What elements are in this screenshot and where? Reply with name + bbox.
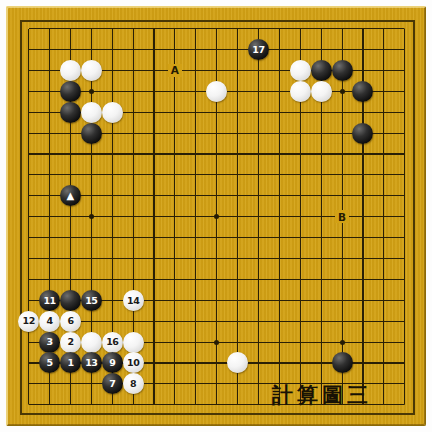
board-intersection[interactable]: [311, 144, 332, 165]
board-intersection[interactable]: [248, 60, 269, 81]
black-stone[interactable]: [332, 60, 353, 81]
board-intersection[interactable]: [60, 60, 81, 81]
board-intersection[interactable]: [227, 123, 248, 144]
board-intersection[interactable]: [123, 185, 144, 206]
black-stone[interactable]: [311, 60, 332, 81]
board-intersection[interactable]: [332, 39, 353, 60]
board-intersection[interactable]: [394, 123, 415, 144]
board-intersection[interactable]: [144, 18, 165, 39]
board-intersection[interactable]: [353, 353, 374, 374]
board-intersection[interactable]: [353, 332, 374, 353]
board-intersection[interactable]: [102, 39, 123, 60]
black-stone[interactable]: [332, 352, 353, 373]
board-intersection[interactable]: [311, 248, 332, 269]
board-intersection[interactable]: [227, 394, 248, 415]
board-intersection[interactable]: [164, 373, 185, 394]
board-intersection[interactable]: [144, 144, 165, 165]
board-intersection[interactable]: [185, 164, 206, 185]
white-stone[interactable]: [227, 352, 248, 373]
board-intersection[interactable]: [144, 60, 165, 81]
board-intersection[interactable]: [353, 60, 374, 81]
board-intersection[interactable]: [394, 164, 415, 185]
board-intersection[interactable]: [290, 164, 311, 185]
board-intersection[interactable]: [144, 39, 165, 60]
board-intersection[interactable]: [185, 332, 206, 353]
board-intersection[interactable]: [269, 18, 290, 39]
board-intersection[interactable]: 1: [60, 353, 81, 374]
board-intersection[interactable]: [60, 102, 81, 123]
board-intersection[interactable]: [290, 18, 311, 39]
board-intersection[interactable]: [206, 144, 227, 165]
board-intersection[interactable]: [39, 144, 60, 165]
board-intersection[interactable]: [332, 144, 353, 165]
board-intersection[interactable]: [123, 81, 144, 102]
board-intersection[interactable]: [353, 18, 374, 39]
board-intersection[interactable]: [18, 353, 39, 374]
board-intersection[interactable]: [81, 18, 102, 39]
board-intersection[interactable]: [227, 18, 248, 39]
white-stone[interactable]: [290, 60, 311, 81]
board-intersection[interactable]: [373, 39, 394, 60]
board-intersection[interactable]: [81, 332, 102, 353]
board-intersection[interactable]: [123, 269, 144, 290]
board-intersection[interactable]: [60, 144, 81, 165]
board-intersection[interactable]: [394, 227, 415, 248]
board-intersection[interactable]: [123, 18, 144, 39]
board-intersection[interactable]: [60, 394, 81, 415]
board-intersection[interactable]: [311, 227, 332, 248]
board-intersection[interactable]: [81, 164, 102, 185]
board-intersection[interactable]: [123, 311, 144, 332]
black-stone[interactable]: [352, 123, 373, 144]
board-intersection[interactable]: [39, 373, 60, 394]
white-stone[interactable]: [123, 332, 144, 353]
board-intersection[interactable]: [60, 373, 81, 394]
white-stone[interactable]: [81, 332, 102, 353]
board-intersection[interactable]: [185, 81, 206, 102]
board-intersection[interactable]: [39, 227, 60, 248]
white-stone[interactable]: [206, 81, 227, 102]
board-intersection[interactable]: [290, 227, 311, 248]
board-intersection[interactable]: [332, 123, 353, 144]
board-intersection[interactable]: [332, 60, 353, 81]
board-intersection[interactable]: [353, 227, 374, 248]
board-intersection[interactable]: [227, 185, 248, 206]
board-intersection[interactable]: [332, 290, 353, 311]
white-stone-move-8[interactable]: 8: [123, 373, 144, 394]
board-intersection[interactable]: [185, 248, 206, 269]
board-intersection[interactable]: [248, 290, 269, 311]
board-intersection[interactable]: 14: [123, 290, 144, 311]
board-intersection[interactable]: [102, 311, 123, 332]
board-intersection[interactable]: [185, 269, 206, 290]
board-intersection[interactable]: [102, 227, 123, 248]
black-stone[interactable]: [60, 102, 81, 123]
board-intersection[interactable]: [206, 206, 227, 227]
board-intersection[interactable]: [144, 102, 165, 123]
board-intersection[interactable]: [144, 394, 165, 415]
white-stone[interactable]: [290, 81, 311, 102]
board-intersection[interactable]: [373, 60, 394, 81]
board-intersection[interactable]: 8: [123, 373, 144, 394]
board-intersection[interactable]: [81, 144, 102, 165]
board-intersection[interactable]: 17: [248, 39, 269, 60]
board-intersection[interactable]: [269, 164, 290, 185]
board-intersection[interactable]: [227, 311, 248, 332]
board-intersection[interactable]: 10: [123, 353, 144, 374]
black-stone[interactable]: [60, 290, 81, 311]
board-intersection[interactable]: [39, 102, 60, 123]
board-intersection[interactable]: [248, 248, 269, 269]
board-intersection[interactable]: [144, 332, 165, 353]
board-intersection[interactable]: [206, 39, 227, 60]
board-intersection[interactable]: [394, 290, 415, 311]
black-stone-move-13[interactable]: 13: [81, 352, 102, 373]
board-intersection[interactable]: [332, 185, 353, 206]
board-intersection[interactable]: [123, 394, 144, 415]
board-intersection[interactable]: [311, 39, 332, 60]
board-intersection[interactable]: 16: [102, 332, 123, 353]
board-intersection[interactable]: [269, 353, 290, 374]
board-intersection[interactable]: [18, 248, 39, 269]
board-intersection[interactable]: [206, 269, 227, 290]
board-intersection[interactable]: [123, 102, 144, 123]
board-intersection[interactable]: [206, 311, 227, 332]
board-intersection[interactable]: [311, 18, 332, 39]
board-intersection[interactable]: [60, 269, 81, 290]
board-intersection[interactable]: [102, 102, 123, 123]
board-intersection[interactable]: [311, 332, 332, 353]
board-intersection[interactable]: [144, 353, 165, 374]
board-intersection[interactable]: [102, 394, 123, 415]
board-intersection[interactable]: [123, 144, 144, 165]
board-intersection[interactable]: [102, 185, 123, 206]
board-intersection[interactable]: [311, 123, 332, 144]
board-intersection[interactable]: [185, 144, 206, 165]
board-intersection[interactable]: [332, 227, 353, 248]
board-intersection[interactable]: [18, 123, 39, 144]
board-intersection[interactable]: [311, 353, 332, 374]
board-intersection[interactable]: [227, 290, 248, 311]
board-intersection[interactable]: [373, 185, 394, 206]
board-intersection[interactable]: [18, 81, 39, 102]
board-intersection[interactable]: [248, 394, 269, 415]
board-intersection[interactable]: [332, 248, 353, 269]
board-intersection[interactable]: [353, 206, 374, 227]
board-intersection[interactable]: [373, 332, 394, 353]
board-intersection[interactable]: [18, 394, 39, 415]
board-intersection[interactable]: [60, 39, 81, 60]
board-intersection[interactable]: [81, 373, 102, 394]
board-intersection[interactable]: [227, 206, 248, 227]
board-intersection[interactable]: [269, 311, 290, 332]
board-intersection[interactable]: [185, 206, 206, 227]
board-intersection[interactable]: [164, 332, 185, 353]
board-intersection[interactable]: [18, 269, 39, 290]
board-intersection[interactable]: [123, 164, 144, 185]
board-intersection[interactable]: [394, 144, 415, 165]
board-intersection[interactable]: [373, 227, 394, 248]
board-intersection[interactable]: [311, 269, 332, 290]
white-stone[interactable]: [311, 81, 332, 102]
board-intersection[interactable]: [123, 39, 144, 60]
board-intersection[interactable]: [102, 144, 123, 165]
board-intersection[interactable]: [290, 206, 311, 227]
board-intersection[interactable]: [60, 18, 81, 39]
board-intersection[interactable]: [185, 353, 206, 374]
board-intersection[interactable]: [164, 290, 185, 311]
black-stone[interactable]: [352, 81, 373, 102]
board-intersection[interactable]: [269, 185, 290, 206]
board-intersection[interactable]: [248, 123, 269, 144]
board-intersection[interactable]: [18, 102, 39, 123]
board-intersection[interactable]: [248, 144, 269, 165]
board-intersection[interactable]: [394, 18, 415, 39]
black-stone[interactable]: ▲: [60, 185, 81, 206]
board-intersection[interactable]: [102, 123, 123, 144]
board-intersection[interactable]: [144, 311, 165, 332]
board-intersection[interactable]: [248, 206, 269, 227]
board-intersection[interactable]: [394, 394, 415, 415]
board-intersection[interactable]: [353, 81, 374, 102]
board-intersection[interactable]: [269, 332, 290, 353]
board-intersection[interactable]: 7: [102, 373, 123, 394]
board-intersection[interactable]: [164, 227, 185, 248]
board-intersection[interactable]: 13: [81, 353, 102, 374]
board-intersection[interactable]: [394, 311, 415, 332]
board-intersection[interactable]: [60, 164, 81, 185]
board-intersection[interactable]: [227, 164, 248, 185]
board-intersection[interactable]: [81, 102, 102, 123]
board-intersection[interactable]: [102, 81, 123, 102]
board-intersection[interactable]: [311, 311, 332, 332]
board-intersection[interactable]: [373, 269, 394, 290]
board-intersection[interactable]: [269, 60, 290, 81]
board-intersection[interactable]: [185, 394, 206, 415]
board-intersection[interactable]: [332, 269, 353, 290]
board-intersection[interactable]: [290, 353, 311, 374]
board-intersection[interactable]: [227, 144, 248, 165]
board-intersection[interactable]: [373, 102, 394, 123]
board-intersection[interactable]: [373, 81, 394, 102]
white-stone-move-6[interactable]: 6: [60, 311, 81, 332]
board-intersection[interactable]: [123, 123, 144, 144]
black-stone-move-17[interactable]: 17: [248, 39, 269, 60]
board-intersection[interactable]: [81, 39, 102, 60]
board-intersection[interactable]: [290, 123, 311, 144]
board-intersection[interactable]: [290, 269, 311, 290]
board-intersection[interactable]: [332, 102, 353, 123]
board-intersection[interactable]: [81, 394, 102, 415]
board-intersection[interactable]: [290, 60, 311, 81]
board-intersection[interactable]: [394, 60, 415, 81]
black-stone-move-9[interactable]: 9: [102, 352, 123, 373]
board-intersection[interactable]: [206, 353, 227, 374]
board-intersection[interactable]: [227, 248, 248, 269]
board-intersection[interactable]: ▲: [60, 185, 81, 206]
board-intersection[interactable]: [164, 185, 185, 206]
board-intersection[interactable]: 11: [39, 290, 60, 311]
board-intersection[interactable]: [39, 269, 60, 290]
board-intersection[interactable]: [18, 39, 39, 60]
board-intersection[interactable]: [144, 185, 165, 206]
board-intersection[interactable]: [373, 290, 394, 311]
board-intersection[interactable]: [311, 185, 332, 206]
board-intersection[interactable]: 12: [18, 311, 39, 332]
board-intersection[interactable]: [353, 39, 374, 60]
board-intersection[interactable]: [206, 18, 227, 39]
board-intersection[interactable]: [18, 60, 39, 81]
white-stone[interactable]: [60, 60, 81, 81]
board-intersection[interactable]: [102, 269, 123, 290]
board-intersection[interactable]: [394, 332, 415, 353]
board-intersection[interactable]: [18, 144, 39, 165]
board-intersection[interactable]: [373, 248, 394, 269]
board-intersection[interactable]: [81, 206, 102, 227]
board-intersection[interactable]: [373, 18, 394, 39]
board-intersection[interactable]: 3: [39, 332, 60, 353]
board-intersection[interactable]: [164, 311, 185, 332]
board-intersection[interactable]: 5: [39, 353, 60, 374]
board-intersection[interactable]: [144, 206, 165, 227]
board-intersection[interactable]: [394, 373, 415, 394]
board-intersection[interactable]: [206, 227, 227, 248]
board-intersection[interactable]: 4: [39, 311, 60, 332]
board-intersection[interactable]: [144, 290, 165, 311]
board-intersection[interactable]: [311, 290, 332, 311]
board-intersection[interactable]: [269, 290, 290, 311]
black-stone-move-1[interactable]: 1: [60, 352, 81, 373]
board-intersection[interactable]: [102, 248, 123, 269]
board-intersection[interactable]: 2: [60, 332, 81, 353]
board-intersection[interactable]: [373, 394, 394, 415]
board-intersection[interactable]: [164, 102, 185, 123]
board-intersection[interactable]: [18, 185, 39, 206]
board-intersection[interactable]: [123, 206, 144, 227]
board-intersection[interactable]: B: [332, 206, 353, 227]
board-intersection[interactable]: [269, 206, 290, 227]
board-intersection[interactable]: [81, 269, 102, 290]
board-intersection[interactable]: [185, 18, 206, 39]
board-intersection[interactable]: [206, 102, 227, 123]
board-intersection[interactable]: [394, 248, 415, 269]
board-intersection[interactable]: [353, 185, 374, 206]
board-intersection[interactable]: [102, 164, 123, 185]
board-intersection[interactable]: [353, 144, 374, 165]
board-intersection[interactable]: [332, 164, 353, 185]
board-intersection[interactable]: [394, 353, 415, 374]
board-intersection[interactable]: [290, 81, 311, 102]
board-intersection[interactable]: [81, 185, 102, 206]
board-intersection[interactable]: [81, 248, 102, 269]
board-intersection[interactable]: [185, 373, 206, 394]
board-intersection[interactable]: [144, 269, 165, 290]
board-intersection[interactable]: [394, 185, 415, 206]
board-intersection[interactable]: [81, 227, 102, 248]
board-intersection[interactable]: [373, 123, 394, 144]
board-intersection[interactable]: [164, 206, 185, 227]
board-intersection[interactable]: [39, 123, 60, 144]
board-intersection[interactable]: [248, 269, 269, 290]
board-intersection[interactable]: [206, 81, 227, 102]
board-intersection[interactable]: [185, 39, 206, 60]
board-intersection[interactable]: [248, 227, 269, 248]
board-intersection[interactable]: [269, 269, 290, 290]
board-intersection[interactable]: [102, 206, 123, 227]
board-intersection[interactable]: [39, 81, 60, 102]
board-intersection[interactable]: [144, 373, 165, 394]
board-intersection[interactable]: [227, 39, 248, 60]
black-stone-move-11[interactable]: 11: [39, 290, 60, 311]
board-intersection[interactable]: [39, 185, 60, 206]
board-intersection[interactable]: [353, 269, 374, 290]
board-intersection[interactable]: [394, 102, 415, 123]
board-intersection[interactable]: [164, 164, 185, 185]
board-intersection[interactable]: [311, 60, 332, 81]
white-stone[interactable]: [81, 102, 102, 123]
white-stone-move-16[interactable]: 16: [102, 332, 123, 353]
board-intersection[interactable]: [39, 164, 60, 185]
board-intersection[interactable]: A: [164, 60, 185, 81]
board-intersection[interactable]: 9: [102, 353, 123, 374]
board-intersection[interactable]: [60, 248, 81, 269]
board-intersection[interactable]: [353, 248, 374, 269]
board-intersection[interactable]: [60, 206, 81, 227]
board-intersection[interactable]: [60, 227, 81, 248]
black-stone-move-3[interactable]: 3: [39, 332, 60, 353]
black-stone-move-7[interactable]: 7: [102, 373, 123, 394]
board-intersection[interactable]: [227, 353, 248, 374]
black-stone[interactable]: [81, 123, 102, 144]
board-intersection[interactable]: [227, 269, 248, 290]
board-intersection[interactable]: [269, 248, 290, 269]
board-intersection[interactable]: [164, 39, 185, 60]
board-intersection[interactable]: [144, 164, 165, 185]
board-intersection[interactable]: [290, 248, 311, 269]
board-intersection[interactable]: [185, 102, 206, 123]
board-intersection[interactable]: [164, 394, 185, 415]
board-intersection[interactable]: [39, 39, 60, 60]
board-intersection[interactable]: [290, 290, 311, 311]
board-intersection[interactable]: [290, 144, 311, 165]
board-intersection[interactable]: [39, 18, 60, 39]
board-intersection[interactable]: [269, 123, 290, 144]
board-intersection[interactable]: [206, 164, 227, 185]
board-intersection[interactable]: [332, 332, 353, 353]
board-intersection[interactable]: [206, 290, 227, 311]
black-stone-move-15[interactable]: 15: [81, 290, 102, 311]
board-intersection[interactable]: [185, 185, 206, 206]
board-intersection[interactable]: [123, 248, 144, 269]
board-intersection[interactable]: [144, 81, 165, 102]
white-stone-move-4[interactable]: 4: [39, 311, 60, 332]
white-stone[interactable]: [102, 102, 123, 123]
board-intersection[interactable]: [269, 144, 290, 165]
board-intersection[interactable]: [144, 227, 165, 248]
board-intersection[interactable]: [39, 248, 60, 269]
board-intersection[interactable]: [227, 102, 248, 123]
board-intersection[interactable]: [353, 102, 374, 123]
board-intersection[interactable]: [102, 60, 123, 81]
board-intersection[interactable]: [206, 373, 227, 394]
board-intersection[interactable]: [206, 123, 227, 144]
board-intersection[interactable]: [311, 81, 332, 102]
board-intersection[interactable]: [248, 353, 269, 374]
board-intersection[interactable]: [164, 123, 185, 144]
board-intersection[interactable]: [394, 81, 415, 102]
board-intersection[interactable]: [311, 206, 332, 227]
board-intersection[interactable]: [164, 353, 185, 374]
